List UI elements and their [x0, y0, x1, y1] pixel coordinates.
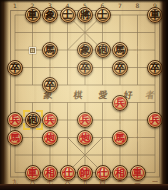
intersection-2-7[interactable] [24, 129, 42, 147]
piece-character: 士 [63, 10, 73, 20]
intersection-1-3[interactable]: 卒 [6, 59, 24, 77]
intersection-4-2[interactable] [59, 41, 77, 59]
piece-character: 車 [28, 168, 38, 178]
intersection-7-7[interactable]: 馬 [111, 129, 129, 147]
intersection-8-2[interactable] [129, 41, 147, 59]
red-piece-炮[interactable]: 炮 [42, 130, 58, 146]
piece-character: 卒 [150, 63, 160, 73]
piece-character: 馬 [115, 45, 125, 55]
red-piece-兵[interactable]: 兵 [7, 112, 23, 128]
intersection-1-5[interactable] [6, 94, 24, 112]
intersection-3-0[interactable]: 象 [41, 6, 59, 24]
black-piece-砲[interactable]: 砲 [95, 42, 111, 58]
intersection-7-2[interactable]: 馬 [111, 41, 129, 59]
piece-character: 士 [98, 10, 108, 20]
red-piece-馬[interactable]: 馬 [112, 130, 128, 146]
intersection-6-0[interactable]: 士 [94, 6, 112, 24]
xiangqi-board: 123456789 象棋愛好者 車象士將士車馬象砲馬卒卒卒卒卒兵兵砲兵兵兵馬炮炮… [0, 0, 168, 190]
intersection-5-4[interactable] [76, 76, 94, 94]
intersection-5-5[interactable] [76, 94, 94, 112]
intersection-1-0[interactable] [6, 6, 24, 24]
intersection-1-6[interactable]: 兵 [6, 111, 24, 129]
piece-character: 車 [150, 10, 160, 20]
red-piece-兵[interactable]: 兵 [147, 112, 163, 128]
piece-character: 砲 [28, 115, 38, 125]
intersection-3-7[interactable]: 炮 [41, 129, 59, 147]
black-piece-馬[interactable]: 馬 [42, 42, 58, 58]
intersection-4-8[interactable] [59, 146, 77, 164]
intersection-3-4[interactable]: 卒 [41, 76, 59, 94]
intersection-4-1[interactable] [59, 24, 77, 42]
piece-character: 仕 [63, 168, 73, 178]
piece-character: 卒 [10, 63, 20, 73]
intersection-9-7[interactable] [146, 129, 164, 147]
intersection-8-6[interactable] [129, 111, 147, 129]
piece-character: 車 [28, 10, 38, 20]
move-origin-marker [29, 47, 36, 54]
intersection-5-2[interactable]: 象 [76, 41, 94, 59]
black-piece-馬[interactable]: 馬 [112, 42, 128, 58]
intersection-6-8[interactable] [94, 146, 112, 164]
intersection-6-7[interactable] [94, 129, 112, 147]
black-piece-卒[interactable]: 卒 [42, 77, 58, 93]
piece-character: 兵 [150, 115, 160, 125]
intersection-2-3[interactable] [24, 59, 42, 77]
black-piece-象[interactable]: 象 [42, 7, 58, 23]
intersection-9-1[interactable] [146, 24, 164, 42]
intersection-7-0[interactable] [111, 6, 129, 24]
piece-character: 相 [45, 168, 55, 178]
piece-character: 車 [133, 168, 143, 178]
piece-character: 兵 [45, 115, 55, 125]
intersection-4-7[interactable] [59, 129, 77, 147]
intersection-8-7[interactable] [129, 129, 147, 147]
piece-character: 馬 [10, 133, 20, 143]
piece-character: 砲 [98, 45, 108, 55]
intersection-5-7[interactable]: 炮 [76, 129, 94, 147]
intersection-5-0[interactable]: 將 [76, 6, 94, 24]
piece-character: 馬 [115, 133, 125, 143]
intersection-1-4[interactable] [6, 76, 24, 94]
black-piece-砲[interactable]: 砲 [25, 112, 41, 128]
intersection-5-8[interactable] [76, 146, 94, 164]
intersection-8-5[interactable] [129, 94, 147, 112]
piece-character: 兵 [80, 115, 90, 125]
bottom-frame-bar [0, 184, 168, 190]
black-piece-卒[interactable]: 卒 [147, 60, 163, 76]
red-piece-炮[interactable]: 炮 [77, 130, 93, 146]
intersection-3-3[interactable] [41, 59, 59, 77]
intersection-9-5[interactable] [146, 94, 164, 112]
intersection-2-0[interactable]: 車 [24, 6, 42, 24]
intersection-6-5[interactable] [94, 94, 112, 112]
intersection-6-6[interactable] [94, 111, 112, 129]
black-piece-象[interactable]: 象 [77, 42, 93, 58]
intersection-1-8[interactable] [6, 146, 24, 164]
intersection-7-4[interactable] [111, 76, 129, 94]
intersection-8-3[interactable] [129, 59, 147, 77]
intersection-6-3[interactable] [94, 59, 112, 77]
intersection-5-6[interactable]: 兵 [76, 111, 94, 129]
intersection-9-0[interactable]: 車 [146, 6, 164, 24]
intersection-9-6[interactable]: 兵 [146, 111, 164, 129]
red-piece-馬[interactable]: 馬 [7, 130, 23, 146]
intersection-8-4[interactable] [129, 76, 147, 94]
intersection-9-4[interactable] [146, 76, 164, 94]
piece-character: 炮 [45, 133, 55, 143]
intersection-4-5[interactable] [59, 94, 77, 112]
red-piece-兵[interactable]: 兵 [112, 95, 128, 111]
piece-character: 馬 [45, 45, 55, 55]
piece-character: 兵 [10, 115, 20, 125]
intersection-2-6[interactable]: 砲 [24, 111, 42, 129]
piece-character: 將 [80, 10, 90, 20]
intersection-9-2[interactable] [146, 41, 164, 59]
black-piece-車[interactable]: 車 [147, 7, 163, 23]
intersection-8-1[interactable] [129, 24, 147, 42]
intersection-7-3[interactable]: 卒 [111, 59, 129, 77]
piece-character: 炮 [80, 133, 90, 143]
intersection-6-2[interactable]: 砲 [94, 41, 112, 59]
intersection-4-0[interactable]: 士 [59, 6, 77, 24]
black-piece-士[interactable]: 士 [60, 7, 76, 23]
piece-character: 卒 [45, 80, 55, 90]
black-piece-將[interactable]: 將 [77, 7, 93, 23]
intersection-6-4[interactable] [94, 76, 112, 94]
piece-character: 兵 [115, 98, 125, 108]
black-piece-卒[interactable]: 卒 [77, 60, 93, 76]
intersection-1-2[interactable] [6, 41, 24, 59]
intersection-7-1[interactable] [111, 24, 129, 42]
intersection-7-5[interactable]: 兵 [111, 94, 129, 112]
piece-character: 帥 [80, 168, 90, 178]
intersection-1-7[interactable]: 馬 [6, 129, 24, 147]
intersection-3-8[interactable] [41, 146, 59, 164]
intersection-4-4[interactable] [59, 76, 77, 94]
intersection-2-5[interactable] [24, 94, 42, 112]
piece-character: 卒 [80, 63, 90, 73]
intersection-7-8[interactable] [111, 146, 129, 164]
intersection-5-1[interactable] [76, 24, 94, 42]
intersection-1-1[interactable] [6, 24, 24, 42]
red-piece-兵[interactable]: 兵 [77, 112, 93, 128]
intersection-7-6[interactable] [111, 111, 129, 129]
black-piece-士[interactable]: 士 [95, 7, 111, 23]
intersection-5-3[interactable]: 卒 [76, 59, 94, 77]
intersection-3-2[interactable]: 馬 [41, 41, 59, 59]
intersection-2-1[interactable] [24, 24, 42, 42]
intersection-4-3[interactable] [59, 59, 77, 77]
piece-character: 卒 [115, 63, 125, 73]
intersection-2-2[interactable] [24, 41, 42, 59]
intersection-2-4[interactable] [24, 76, 42, 94]
intersection-9-8[interactable] [146, 146, 164, 164]
black-piece-車[interactable]: 車 [25, 7, 41, 23]
piece-character: 相 [115, 168, 125, 178]
intersection-8-0[interactable] [129, 6, 147, 24]
intersection-9-3[interactable]: 卒 [146, 59, 164, 77]
black-piece-卒[interactable]: 卒 [112, 60, 128, 76]
intersection-3-1[interactable] [41, 24, 59, 42]
red-piece-兵[interactable]: 兵 [42, 112, 58, 128]
piece-character: 象 [80, 45, 90, 55]
intersection-6-1[interactable] [94, 24, 112, 42]
intersection-3-6[interactable]: 兵 [41, 111, 59, 129]
black-piece-卒[interactable]: 卒 [7, 60, 23, 76]
intersection-8-8[interactable] [129, 146, 147, 164]
piece-character: 象 [45, 10, 55, 20]
board-grid: 車象士將士車馬象砲馬卒卒卒卒卒兵兵砲兵兵兵馬炮炮馬車相仕帥仕相車 [6, 6, 164, 181]
intersection-4-6[interactable] [59, 111, 77, 129]
intersection-3-5[interactable] [41, 94, 59, 112]
piece-character: 仕 [98, 168, 108, 178]
intersection-2-8[interactable] [24, 146, 42, 164]
